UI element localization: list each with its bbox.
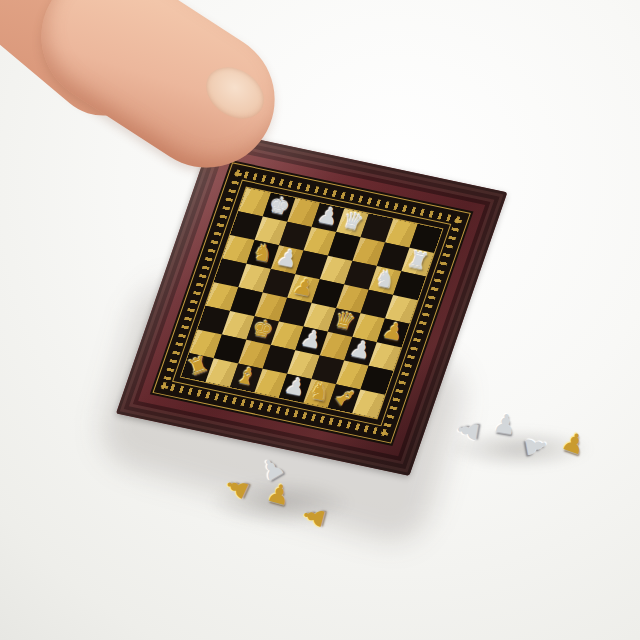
photo-scene: ♚♟♛♜♞♟♞♟♛♟♚♟♟♜♝♟♞♝ ♟♟♟♟♟♟♟♟ — [0, 0, 640, 640]
offboard-silver-pawn-7: ♟ — [521, 432, 551, 459]
offboard-silver-pawn-5: ♟ — [453, 417, 483, 444]
offboard-silver-pawn-6: ♟ — [491, 409, 518, 439]
